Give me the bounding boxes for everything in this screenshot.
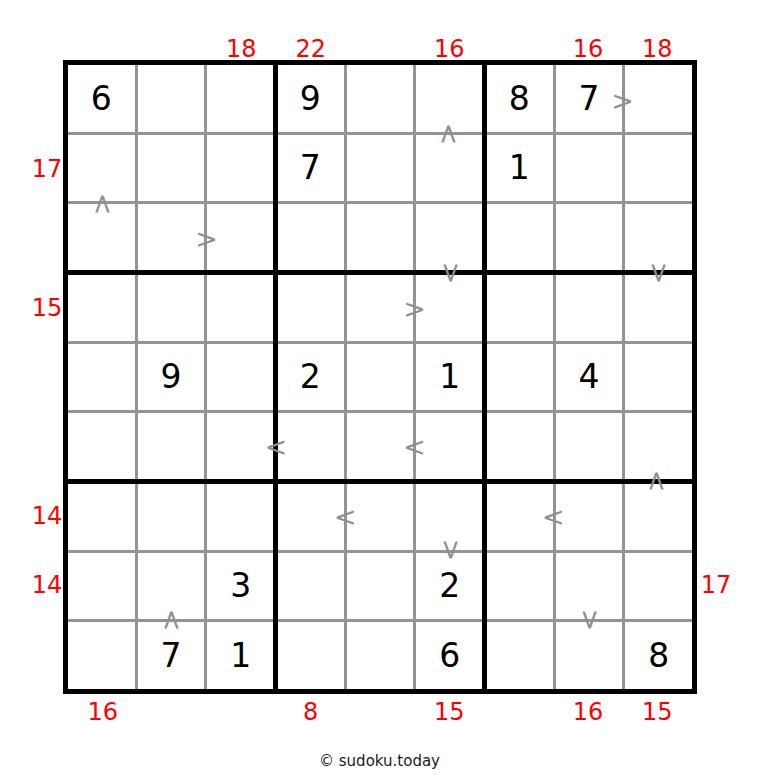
frame-clue-bottom-8: 16 bbox=[573, 700, 604, 724]
cell-r4c6[interactable] bbox=[416, 274, 483, 341]
given-digit: 1 bbox=[509, 151, 530, 184]
cell-r1c6[interactable] bbox=[416, 65, 483, 132]
cell-r4c7[interactable] bbox=[486, 274, 553, 341]
cell-r6c3[interactable] bbox=[207, 413, 274, 480]
cell-r9c9[interactable]: 8 bbox=[625, 622, 692, 689]
cell-r6c8[interactable] bbox=[556, 413, 623, 480]
cell-r2c3[interactable] bbox=[207, 135, 274, 202]
cell-r6c1[interactable] bbox=[68, 413, 135, 480]
cell-r5c1[interactable] bbox=[68, 344, 135, 411]
frame-clue-left-7: 14 bbox=[32, 504, 63, 528]
given-digit: 9 bbox=[160, 360, 181, 393]
given-digit: 7 bbox=[160, 639, 181, 672]
cell-r4c8[interactable] bbox=[556, 274, 623, 341]
cell-r1c8[interactable]: 7 bbox=[556, 65, 623, 132]
given-digit: 8 bbox=[648, 639, 669, 672]
board-inner: 6987719214327168 ><<><<><<<<<<<< bbox=[68, 65, 692, 689]
cell-r9c8[interactable] bbox=[556, 622, 623, 689]
frame-clue-bottom-1: 16 bbox=[87, 700, 118, 724]
cell-r1c1[interactable]: 6 bbox=[68, 65, 135, 132]
cell-r3c8[interactable] bbox=[556, 204, 623, 271]
frame-clue-top-3: 18 bbox=[226, 37, 257, 61]
box-border-horizontal-1 bbox=[68, 270, 692, 275]
cell-r9c7[interactable] bbox=[486, 622, 553, 689]
cell-r7c3[interactable] bbox=[207, 483, 274, 550]
cell-r2c7[interactable]: 1 bbox=[486, 135, 553, 202]
cell-r8c4[interactable] bbox=[277, 553, 344, 620]
cell-r6c2[interactable] bbox=[138, 413, 205, 480]
cell-r8c8[interactable] bbox=[556, 553, 623, 620]
cell-r6c7[interactable] bbox=[486, 413, 553, 480]
cell-r4c5[interactable] bbox=[347, 274, 414, 341]
given-digit: 4 bbox=[578, 360, 599, 393]
given-digit: 9 bbox=[300, 82, 321, 115]
cell-r5c6[interactable]: 1 bbox=[416, 344, 483, 411]
cell-r2c1[interactable] bbox=[68, 135, 135, 202]
cell-r4c2[interactable] bbox=[138, 274, 205, 341]
cell-grid: 6987719214327168 bbox=[68, 65, 692, 689]
cell-r4c3[interactable] bbox=[207, 274, 274, 341]
given-digit: 6 bbox=[91, 82, 112, 115]
cell-r3c2[interactable] bbox=[138, 204, 205, 271]
cell-r8c6[interactable]: 2 bbox=[416, 553, 483, 620]
cell-r3c4[interactable] bbox=[277, 204, 344, 271]
cell-r1c4[interactable]: 9 bbox=[277, 65, 344, 132]
cell-r6c4[interactable] bbox=[277, 413, 344, 480]
cell-r7c9[interactable] bbox=[625, 483, 692, 550]
cell-r2c5[interactable] bbox=[347, 135, 414, 202]
cell-r3c1[interactable] bbox=[68, 204, 135, 271]
cell-r9c5[interactable] bbox=[347, 622, 414, 689]
cell-r4c9[interactable] bbox=[625, 274, 692, 341]
cell-r3c3[interactable] bbox=[207, 204, 274, 271]
cell-r5c2[interactable]: 9 bbox=[138, 344, 205, 411]
box-border-horizontal-2 bbox=[68, 479, 692, 484]
cell-r6c5[interactable] bbox=[347, 413, 414, 480]
cell-r7c4[interactable] bbox=[277, 483, 344, 550]
cell-r2c9[interactable] bbox=[625, 135, 692, 202]
frame-clue-right-8: 17 bbox=[701, 573, 732, 597]
frame-clue-top-9: 18 bbox=[642, 37, 673, 61]
cell-r5c5[interactable] bbox=[347, 344, 414, 411]
cell-r9c2[interactable]: 7 bbox=[138, 622, 205, 689]
frame-clue-left-4: 15 bbox=[32, 296, 63, 320]
cell-r7c2[interactable] bbox=[138, 483, 205, 550]
cell-r5c9[interactable] bbox=[625, 344, 692, 411]
frame-clue-top-6: 16 bbox=[434, 37, 465, 61]
cell-r7c1[interactable] bbox=[68, 483, 135, 550]
cell-r8c7[interactable] bbox=[486, 553, 553, 620]
cell-r9c3[interactable]: 1 bbox=[207, 622, 274, 689]
cell-r8c1[interactable] bbox=[68, 553, 135, 620]
cell-r8c3[interactable]: 3 bbox=[207, 553, 274, 620]
cell-r1c7[interactable]: 8 bbox=[486, 65, 553, 132]
given-digit: 2 bbox=[439, 569, 460, 602]
cell-r5c3[interactable] bbox=[207, 344, 274, 411]
cell-r3c6[interactable] bbox=[416, 204, 483, 271]
sudoku-board: 6987719214327168 ><<><<><<<<<<<< bbox=[63, 60, 697, 694]
cell-r5c7[interactable] bbox=[486, 344, 553, 411]
cell-r7c8[interactable] bbox=[556, 483, 623, 550]
frame-clue-bottom-9: 15 bbox=[642, 700, 673, 724]
box-border-vertical-2 bbox=[482, 65, 487, 689]
given-digit: 2 bbox=[300, 360, 321, 393]
cell-r3c5[interactable] bbox=[347, 204, 414, 271]
cell-r7c7[interactable] bbox=[486, 483, 553, 550]
cell-r6c6[interactable] bbox=[416, 413, 483, 480]
cell-r4c4[interactable] bbox=[277, 274, 344, 341]
given-digit: 1 bbox=[230, 639, 251, 672]
cell-r2c8[interactable] bbox=[556, 135, 623, 202]
frame-clue-top-4: 22 bbox=[295, 37, 326, 61]
cell-r5c8[interactable]: 4 bbox=[556, 344, 623, 411]
cell-r2c6[interactable] bbox=[416, 135, 483, 202]
given-digit: 7 bbox=[578, 82, 599, 115]
cell-r9c6[interactable]: 6 bbox=[416, 622, 483, 689]
cell-r3c7[interactable] bbox=[486, 204, 553, 271]
frame-clue-left-2: 17 bbox=[32, 157, 63, 181]
cell-r8c2[interactable] bbox=[138, 553, 205, 620]
given-digit: 7 bbox=[300, 151, 321, 184]
cell-r9c4[interactable] bbox=[277, 622, 344, 689]
cell-r1c2[interactable] bbox=[138, 65, 205, 132]
frame-clue-bottom-6: 15 bbox=[434, 700, 465, 724]
credit-text: © sudoku.today bbox=[0, 752, 759, 770]
cell-r6c9[interactable] bbox=[625, 413, 692, 480]
cell-r7c5[interactable] bbox=[347, 483, 414, 550]
cell-r8c9[interactable] bbox=[625, 553, 692, 620]
frame-clue-left-8: 14 bbox=[32, 573, 63, 597]
given-digit: 8 bbox=[509, 82, 530, 115]
cell-r2c4[interactable]: 7 bbox=[277, 135, 344, 202]
cell-r5c4[interactable]: 2 bbox=[277, 344, 344, 411]
given-digit: 1 bbox=[439, 360, 460, 393]
cell-r1c5[interactable] bbox=[347, 65, 414, 132]
frame-clue-bottom-4: 8 bbox=[303, 700, 318, 724]
cell-r1c3[interactable] bbox=[207, 65, 274, 132]
box-border-vertical-1 bbox=[273, 65, 278, 689]
frame-clue-top-8: 16 bbox=[573, 37, 604, 61]
cell-r8c5[interactable] bbox=[347, 553, 414, 620]
cell-r2c2[interactable] bbox=[138, 135, 205, 202]
given-digit: 3 bbox=[230, 569, 251, 602]
cell-r3c9[interactable] bbox=[625, 204, 692, 271]
given-digit: 6 bbox=[439, 639, 460, 672]
cell-r4c1[interactable] bbox=[68, 274, 135, 341]
cell-r9c1[interactable] bbox=[68, 622, 135, 689]
cell-r1c9[interactable] bbox=[625, 65, 692, 132]
cell-r7c6[interactable] bbox=[416, 483, 483, 550]
